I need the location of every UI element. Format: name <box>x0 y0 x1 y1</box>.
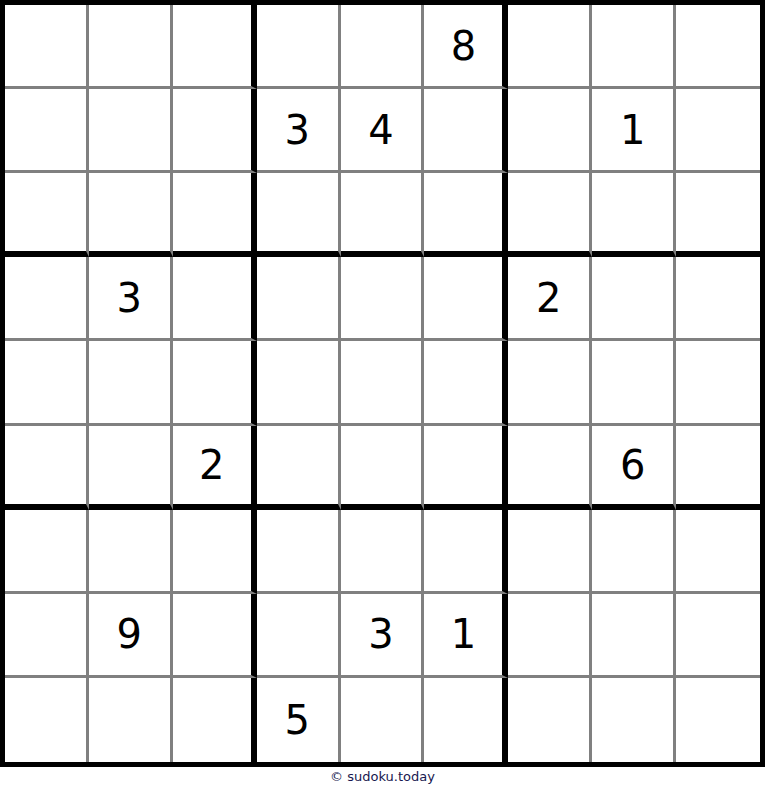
cell-r2c8: 1 <box>592 89 676 173</box>
cell-r1c9 <box>676 5 760 89</box>
cell-r9c9 <box>676 678 760 762</box>
cell-r2c9 <box>676 89 760 173</box>
cell-r7c8 <box>592 510 676 594</box>
cell-r4c1 <box>5 257 89 341</box>
cell-r3c1 <box>5 173 89 257</box>
cell-r1c6: 8 <box>424 5 508 89</box>
sudoku-board: 834132269315 <box>0 0 765 767</box>
cell-r3c2 <box>89 173 173 257</box>
cell-r6c5 <box>341 426 425 510</box>
cell-r8c9 <box>676 594 760 678</box>
cell-r6c6 <box>424 426 508 510</box>
cell-r4c7: 2 <box>508 257 592 341</box>
cell-r5c3 <box>173 341 257 425</box>
cell-r2c2 <box>89 89 173 173</box>
cell-r9c5 <box>341 678 425 762</box>
cell-r3c7 <box>508 173 592 257</box>
cell-r6c4 <box>257 426 341 510</box>
cell-r6c1 <box>5 426 89 510</box>
cell-r5c4 <box>257 341 341 425</box>
cell-r3c4 <box>257 173 341 257</box>
cell-r1c1 <box>5 5 89 89</box>
cell-r3c8 <box>592 173 676 257</box>
cell-r4c3 <box>173 257 257 341</box>
cell-r7c4 <box>257 510 341 594</box>
cell-r9c6 <box>424 678 508 762</box>
credit-text: © sudoku.today <box>0 767 765 785</box>
cell-r3c9 <box>676 173 760 257</box>
cell-r2c4: 3 <box>257 89 341 173</box>
cell-r3c5 <box>341 173 425 257</box>
cell-r3c6 <box>424 173 508 257</box>
cell-r2c5: 4 <box>341 89 425 173</box>
cell-r4c4 <box>257 257 341 341</box>
cell-r9c1 <box>5 678 89 762</box>
cell-r2c1 <box>5 89 89 173</box>
cell-r7c3 <box>173 510 257 594</box>
cell-r8c4 <box>257 594 341 678</box>
cell-r5c2 <box>89 341 173 425</box>
cell-r9c4: 5 <box>257 678 341 762</box>
cell-r4c5 <box>341 257 425 341</box>
cell-r8c8 <box>592 594 676 678</box>
cell-r6c8: 6 <box>592 426 676 510</box>
cell-r4c9 <box>676 257 760 341</box>
cell-r6c3: 2 <box>173 426 257 510</box>
cell-r8c6: 1 <box>424 594 508 678</box>
cell-r2c6 <box>424 89 508 173</box>
cell-r6c7 <box>508 426 592 510</box>
cell-r7c1 <box>5 510 89 594</box>
cell-r8c7 <box>508 594 592 678</box>
cell-r5c8 <box>592 341 676 425</box>
cell-r8c3 <box>173 594 257 678</box>
cell-r5c7 <box>508 341 592 425</box>
cell-r6c9 <box>676 426 760 510</box>
cell-r4c2: 3 <box>89 257 173 341</box>
cell-r7c7 <box>508 510 592 594</box>
cell-r1c8 <box>592 5 676 89</box>
cell-r7c6 <box>424 510 508 594</box>
cell-r7c2 <box>89 510 173 594</box>
cell-r4c6 <box>424 257 508 341</box>
cell-r5c6 <box>424 341 508 425</box>
cell-r1c3 <box>173 5 257 89</box>
cell-r5c9 <box>676 341 760 425</box>
cell-r8c5: 3 <box>341 594 425 678</box>
cell-r7c9 <box>676 510 760 594</box>
cell-r2c3 <box>173 89 257 173</box>
cell-r6c2 <box>89 426 173 510</box>
cell-r1c4 <box>257 5 341 89</box>
sudoku-page: 834132269315 © sudoku.today <box>0 0 765 785</box>
cell-r1c5 <box>341 5 425 89</box>
cell-r8c2: 9 <box>89 594 173 678</box>
cell-r9c3 <box>173 678 257 762</box>
cell-r8c1 <box>5 594 89 678</box>
cell-r9c2 <box>89 678 173 762</box>
cell-r1c2 <box>89 5 173 89</box>
cell-r1c7 <box>508 5 592 89</box>
cell-r9c8 <box>592 678 676 762</box>
cell-r9c7 <box>508 678 592 762</box>
cell-r3c3 <box>173 173 257 257</box>
cell-r5c1 <box>5 341 89 425</box>
cell-r2c7 <box>508 89 592 173</box>
cell-r7c5 <box>341 510 425 594</box>
cell-r5c5 <box>341 341 425 425</box>
cell-r4c8 <box>592 257 676 341</box>
